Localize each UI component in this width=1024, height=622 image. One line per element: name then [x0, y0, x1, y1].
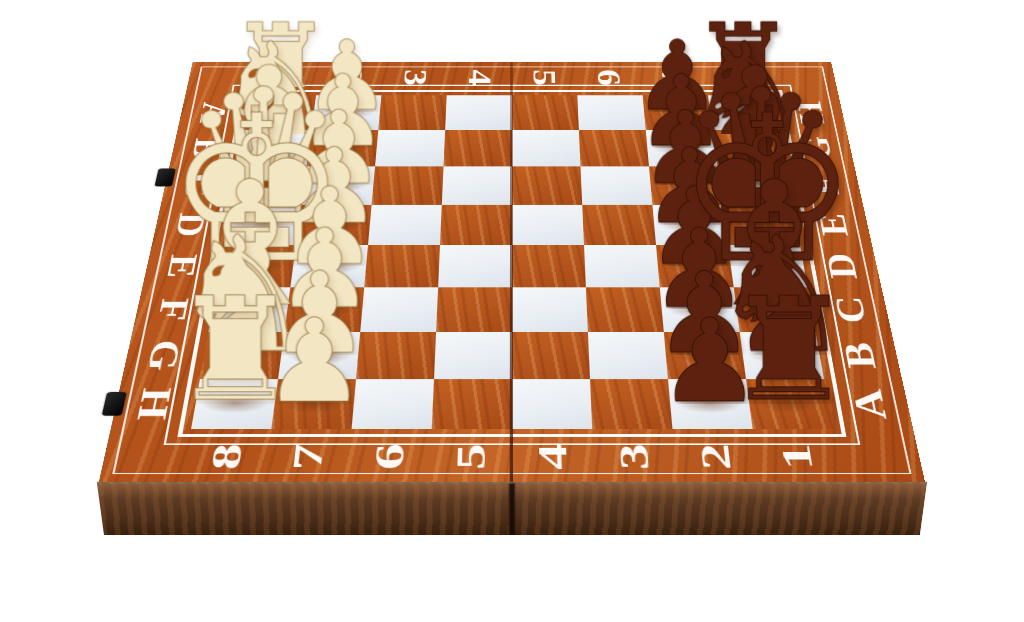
black-rook-glyph: ♜: [725, 279, 853, 422]
rank-label-top-6-text: 6: [592, 69, 625, 86]
square-a6: [577, 95, 645, 130]
square-d5: [512, 205, 584, 245]
square-a5: [512, 95, 579, 130]
square-d4: [440, 205, 512, 245]
square-b5: [512, 130, 580, 166]
perspective-scene: 1234567887654321ABCDEFGHHGFEDCBA ♜♞♝♛♚♝♞…: [0, 0, 1024, 622]
square-a4: [445, 95, 512, 130]
white-pawn-h2: ♟: [271, 379, 356, 429]
square-a3: [378, 95, 446, 130]
rank-label-top-6: 6: [576, 64, 642, 92]
rank-label-top-5: 5: [512, 64, 577, 92]
piece-stand: ♟: [196, 272, 433, 404]
piece-stand: ♜: [670, 239, 907, 404]
white-pawn-glyph: ♟: [263, 304, 366, 419]
photo-scene: 1234567887654321ABCDEFGHHGFEDCBA ♜♞♝♛♚♝♞…: [0, 0, 1024, 622]
rank-label-top-3: 3: [382, 64, 448, 92]
square-c5: [512, 166, 582, 204]
board-near-side-face: [97, 482, 927, 535]
rank-label-top-3-text: 3: [398, 69, 431, 86]
square-c4: [442, 166, 512, 204]
rank-label-top-4: 4: [447, 64, 512, 92]
rank-label-top-5-text: 5: [528, 69, 561, 86]
rank-label-top-4-text: 4: [463, 69, 496, 86]
square-b4: [444, 130, 512, 166]
chess-board: 1234567887654321ABCDEFGHHGFEDCBA ♜♞♝♛♚♝♞…: [99, 62, 925, 482]
black-rook-h8: ♜: [746, 379, 833, 429]
